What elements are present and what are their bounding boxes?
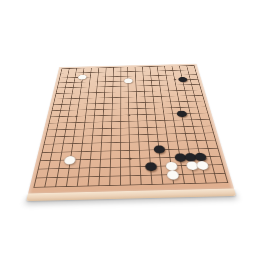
black-stone: ● [153, 144, 166, 154]
black-stone: ● [177, 76, 188, 83]
black-stone: ● [176, 109, 188, 117]
go-board-product-photo: ●●●●●●●●●●●●●● [0, 0, 255, 255]
white-stone: ● [166, 169, 181, 181]
white-stone: ● [124, 78, 134, 85]
white-stone: ● [195, 159, 210, 170]
white-stone: ● [77, 74, 87, 80]
white-stone: ● [63, 154, 77, 165]
stones-layer: ●●●●●●●●●●●●●● [33, 65, 228, 187]
go-board: ●●●●●●●●●●●●●● [28, 64, 234, 194]
black-stone: ● [144, 160, 158, 171]
board-perspective-wrapper: ●●●●●●●●●●●●●● [26, 64, 237, 204]
